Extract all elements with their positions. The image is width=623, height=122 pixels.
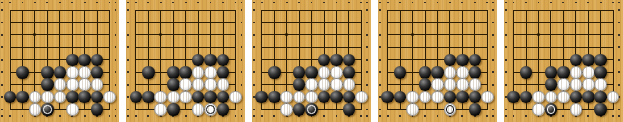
edge-tick: [1, 84, 3, 86]
edge-tick: [253, 115, 255, 117]
edge-tick: [387, 2, 389, 4]
black-stone: [318, 54, 331, 67]
edge-tick: [241, 84, 243, 86]
edge-tick: [492, 2, 494, 4]
edge-tick: [253, 71, 255, 73]
edge-tick: [505, 9, 507, 11]
edge-tick: [241, 22, 243, 24]
black-stone: [217, 91, 230, 104]
black-stone: [444, 54, 457, 67]
edge-tick: [115, 9, 117, 11]
edge-tick: [562, 2, 564, 4]
edge-tick: [379, 9, 381, 11]
edge-tick: [185, 115, 187, 117]
edge-tick: [360, 115, 362, 117]
white-stone: [456, 66, 469, 79]
edge-tick: [399, 2, 401, 4]
edge-tick: [115, 71, 117, 73]
edge-tick: [197, 2, 199, 4]
edge-tick: [461, 115, 463, 117]
edge-tick: [1, 109, 3, 111]
black-stone: [469, 54, 482, 67]
black-stone: [41, 66, 54, 79]
edge-tick: [437, 2, 439, 4]
edge-tick: [235, 2, 237, 4]
edge-tick: [366, 115, 368, 117]
edge-tick: [9, 2, 11, 4]
edge-tick: [437, 115, 439, 117]
edge-tick: [84, 2, 86, 4]
edge-tick: [241, 9, 243, 11]
edge-tick: [311, 2, 313, 4]
white-stone: [192, 78, 205, 91]
edge-tick: [587, 2, 589, 4]
edge-tick: [115, 59, 117, 61]
edge-tick: [618, 109, 620, 111]
edge-tick: [147, 115, 149, 117]
edge-tick: [412, 2, 414, 4]
black-stone: [557, 66, 570, 79]
edge-tick: [612, 115, 614, 117]
edge-tick: [34, 2, 36, 4]
black-stone: [293, 66, 306, 79]
edge-tick: [618, 9, 620, 11]
black-stone: [293, 78, 306, 91]
white-stone: [103, 91, 116, 104]
edge-tick: [492, 115, 494, 117]
black-stone: [91, 66, 104, 79]
black-stone: [570, 91, 583, 104]
edge-tick: [486, 2, 488, 4]
last-move-circle-mark: [446, 105, 455, 114]
edge-tick: [127, 71, 129, 73]
edge-tick: [587, 115, 589, 117]
go-board-panel-4: [378, 0, 497, 122]
edge-tick: [612, 2, 614, 4]
edge-tick: [618, 22, 620, 24]
black-stone: [4, 91, 17, 104]
white-stone: [431, 91, 444, 104]
edge-tick: [71, 2, 73, 4]
edge-tick: [160, 2, 162, 4]
edge-tick: [59, 2, 61, 4]
edge-tick: [600, 2, 602, 4]
white-stone: [469, 78, 482, 91]
edge-tick: [366, 46, 368, 48]
edge-tick: [59, 115, 61, 117]
edge-tick: [46, 2, 48, 4]
white-stone: [582, 78, 595, 91]
edge-tick: [562, 115, 564, 117]
edge-tick: [379, 115, 381, 117]
black-stone: [204, 54, 217, 67]
edge-tick: [241, 34, 243, 36]
edge-tick: [115, 46, 117, 48]
edge-tick: [1, 71, 3, 73]
white-stone: [204, 78, 217, 91]
edge-tick: [273, 2, 275, 4]
edge-tick: [241, 115, 243, 117]
white-stone: [570, 103, 583, 116]
edge-tick: [424, 115, 426, 117]
white-stone: [54, 91, 67, 104]
edge-tick: [505, 109, 507, 111]
edge-tick: [273, 115, 275, 117]
edge-tick: [505, 71, 507, 73]
white-stone: [330, 66, 343, 79]
black-stone: [444, 91, 457, 104]
black-stone: [594, 54, 607, 67]
edge-tick: [253, 2, 255, 4]
edge-tick: [505, 115, 507, 117]
white-stone: [305, 91, 318, 104]
edge-tick: [135, 115, 137, 117]
edge-tick: [505, 59, 507, 61]
edge-tick: [1, 2, 3, 4]
last-move-circle-mark: [43, 105, 52, 114]
black-stone: [330, 91, 343, 104]
black-stone: [469, 103, 482, 116]
black-stone: [91, 103, 104, 116]
edge-tick: [379, 84, 381, 86]
white-stone: [154, 103, 167, 116]
white-stone: [570, 66, 583, 79]
edge-tick: [127, 9, 129, 11]
go-diagram-strip: [0, 0, 623, 122]
edge-tick: [366, 22, 368, 24]
marked-black-stone: [545, 103, 558, 116]
black-stone: [507, 91, 520, 104]
edge-tick: [618, 84, 620, 86]
last-move-circle-mark: [547, 105, 556, 114]
white-stone: [154, 91, 167, 104]
edge-tick: [127, 84, 129, 86]
white-stone: [167, 91, 180, 104]
edge-tick: [241, 59, 243, 61]
edge-tick: [492, 59, 494, 61]
edge-tick: [474, 2, 476, 4]
black-stone: [469, 91, 482, 104]
edge-tick: [127, 109, 129, 111]
star-point: [285, 33, 288, 36]
white-stone: [355, 91, 368, 104]
edge-tick: [492, 9, 494, 11]
edge-tick: [379, 59, 381, 61]
black-stone: [268, 66, 281, 79]
black-stone: [66, 54, 79, 67]
black-stone: [520, 66, 533, 79]
star-point: [411, 33, 414, 36]
black-stone: [217, 54, 230, 67]
white-stone: [66, 66, 79, 79]
edge-tick: [399, 115, 401, 117]
black-stone: [142, 91, 155, 104]
black-stone: [130, 91, 143, 104]
black-stone: [16, 66, 29, 79]
edge-tick: [492, 84, 494, 86]
black-stone: [394, 66, 407, 79]
edge-tick: [135, 2, 137, 4]
white-stone: [444, 78, 457, 91]
white-stone: [594, 78, 607, 91]
white-stone: [78, 66, 91, 79]
white-stone: [318, 66, 331, 79]
black-stone: [431, 66, 444, 79]
edge-tick: [505, 22, 507, 24]
black-stone: [204, 91, 217, 104]
edge-tick: [22, 2, 24, 4]
edge-tick: [492, 71, 494, 73]
edge-tick: [387, 115, 389, 117]
edge-tick: [253, 46, 255, 48]
edge-tick: [241, 46, 243, 48]
edge-tick: [366, 34, 368, 36]
edge-tick: [298, 2, 300, 4]
black-stone: [217, 103, 230, 116]
edge-tick: [379, 34, 381, 36]
white-stone: [532, 103, 545, 116]
edge-tick: [618, 2, 620, 4]
edge-tick: [618, 34, 620, 36]
edge-tick: [618, 59, 620, 61]
white-stone: [481, 91, 494, 104]
edge-tick: [222, 2, 224, 4]
edge-tick: [253, 59, 255, 61]
black-stone: [419, 78, 432, 91]
edge-tick: [505, 84, 507, 86]
white-stone: [582, 66, 595, 79]
white-stone: [66, 103, 79, 116]
black-stone: [318, 91, 331, 104]
edge-tick: [366, 84, 368, 86]
edge-tick: [253, 34, 255, 36]
edge-tick: [379, 71, 381, 73]
white-stone: [41, 91, 54, 104]
edge-tick: [505, 34, 507, 36]
edge-tick: [253, 109, 255, 111]
white-stone: [179, 78, 192, 91]
edge-tick: [241, 109, 243, 111]
white-stone: [444, 66, 457, 79]
marked-black-stone: [41, 103, 54, 116]
white-stone: [91, 78, 104, 91]
edge-tick: [366, 71, 368, 73]
black-stone: [268, 91, 281, 104]
star-point: [159, 33, 162, 36]
white-stone: [557, 91, 570, 104]
black-stone: [594, 91, 607, 104]
edge-tick: [1, 22, 3, 24]
edge-tick: [115, 2, 117, 4]
black-stone: [293, 103, 306, 116]
white-stone: [293, 91, 306, 104]
white-stone: [29, 91, 42, 104]
black-stone: [142, 66, 155, 79]
black-stone: [66, 91, 79, 104]
edge-tick: [22, 115, 24, 117]
edge-tick: [210, 2, 212, 4]
white-stone: [305, 78, 318, 91]
edge-tick: [241, 71, 243, 73]
edge-tick: [505, 46, 507, 48]
edge-tick: [461, 2, 463, 4]
white-stone: [192, 66, 205, 79]
black-stone: [469, 66, 482, 79]
edge-tick: [513, 115, 515, 117]
black-stone: [78, 54, 91, 67]
edge-tick: [366, 2, 368, 4]
edge-tick: [147, 2, 149, 4]
black-stone: [255, 91, 268, 104]
black-stone: [54, 66, 67, 79]
white-stone: [280, 91, 293, 104]
go-board-panel-2: [126, 0, 245, 122]
edge-tick: [348, 2, 350, 4]
edge-tick: [1, 34, 3, 36]
white-stone: [78, 78, 91, 91]
edge-tick: [261, 115, 263, 117]
black-stone: [545, 78, 558, 91]
black-stone: [179, 66, 192, 79]
go-board-panel-1: [0, 0, 119, 122]
edge-tick: [115, 115, 117, 117]
edge-tick: [492, 22, 494, 24]
edge-tick: [486, 115, 488, 117]
black-stone: [192, 91, 205, 104]
edge-tick: [1, 96, 3, 98]
edge-tick: [336, 2, 338, 4]
edge-tick: [525, 115, 527, 117]
black-stone: [343, 103, 356, 116]
white-stone: [66, 78, 79, 91]
white-stone: [570, 78, 583, 91]
edge-tick: [366, 109, 368, 111]
white-stone: [330, 78, 343, 91]
edge-tick: [115, 84, 117, 86]
star-point: [33, 33, 36, 36]
white-stone: [280, 103, 293, 116]
edge-tick: [127, 96, 129, 98]
white-stone: [419, 91, 432, 104]
black-stone: [582, 54, 595, 67]
white-stone: [431, 78, 444, 91]
edge-tick: [424, 2, 426, 4]
edge-tick: [127, 115, 129, 117]
marked-black-stone: [305, 103, 318, 116]
edge-tick: [618, 46, 620, 48]
edge-tick: [360, 2, 362, 4]
edge-tick: [235, 115, 237, 117]
white-stone: [192, 103, 205, 116]
edge-tick: [286, 2, 288, 4]
black-stone: [582, 91, 595, 104]
edge-tick: [575, 2, 577, 4]
edge-tick: [1, 46, 3, 48]
edge-tick: [185, 2, 187, 4]
edge-tick: [96, 2, 98, 4]
edge-tick: [618, 115, 620, 117]
black-stone: [217, 66, 230, 79]
edge-tick: [379, 109, 381, 111]
black-stone: [192, 54, 205, 67]
edge-tick: [109, 2, 111, 4]
edge-tick: [261, 2, 263, 4]
edge-tick: [115, 22, 117, 24]
edge-tick: [379, 2, 381, 4]
black-stone: [41, 78, 54, 91]
edge-tick: [115, 34, 117, 36]
last-move-circle-mark: [307, 105, 316, 114]
edge-tick: [84, 115, 86, 117]
edge-tick: [550, 2, 552, 4]
black-stone: [594, 103, 607, 116]
edge-tick: [9, 115, 11, 117]
edge-tick: [241, 2, 243, 4]
white-stone: [406, 91, 419, 104]
edge-tick: [379, 22, 381, 24]
edge-tick: [492, 34, 494, 36]
edge-tick: [492, 46, 494, 48]
white-stone: [29, 103, 42, 116]
edge-tick: [525, 2, 527, 4]
edge-tick: [172, 2, 174, 4]
black-stone: [305, 66, 318, 79]
black-stone: [167, 78, 180, 91]
white-stone: [217, 78, 230, 91]
black-stone: [16, 91, 29, 104]
black-stone: [456, 91, 469, 104]
white-stone: [557, 78, 570, 91]
black-stone: [167, 66, 180, 79]
black-stone: [91, 54, 104, 67]
black-stone: [343, 66, 356, 79]
go-board-panel-5: [504, 0, 623, 122]
black-stone: [78, 91, 91, 104]
white-stone: [54, 78, 67, 91]
edge-tick: [127, 59, 129, 61]
edge-tick: [1, 59, 3, 61]
white-stone: [406, 103, 419, 116]
edge-tick: [505, 2, 507, 4]
black-stone: [330, 54, 343, 67]
black-stone: [520, 91, 533, 104]
white-stone: [204, 66, 217, 79]
edge-tick: [253, 22, 255, 24]
edge-tick: [538, 2, 540, 4]
edge-tick: [253, 84, 255, 86]
edge-tick: [366, 59, 368, 61]
white-stone: [456, 78, 469, 91]
edge-tick: [323, 115, 325, 117]
edge-tick: [336, 115, 338, 117]
edge-tick: [115, 109, 117, 111]
edge-tick: [618, 71, 620, 73]
white-stone: [532, 91, 545, 104]
last-move-circle-mark: [206, 105, 215, 114]
black-stone: [343, 54, 356, 67]
black-stone: [594, 66, 607, 79]
black-stone: [570, 54, 583, 67]
edge-tick: [492, 109, 494, 111]
edge-tick: [1, 115, 3, 117]
edge-tick: [513, 2, 515, 4]
edge-tick: [323, 2, 325, 4]
black-stone: [419, 66, 432, 79]
edge-tick: [253, 9, 255, 11]
white-stone: [607, 91, 620, 104]
black-stone: [394, 91, 407, 104]
white-stone: [318, 78, 331, 91]
